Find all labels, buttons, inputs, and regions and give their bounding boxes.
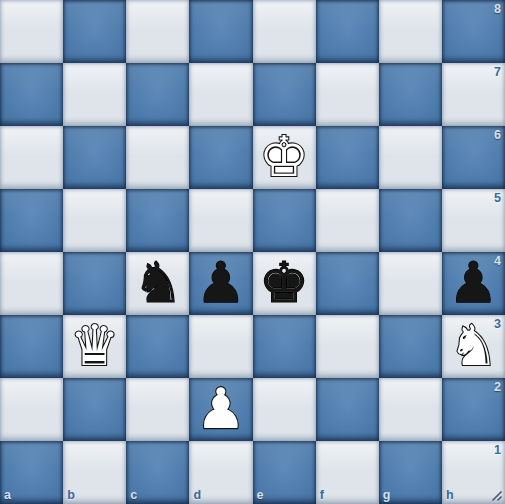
square-e3[interactable] — [253, 315, 316, 378]
square-c4[interactable]: ♞ — [126, 252, 189, 315]
chess-board: 87♚65♞♟♚♟4♛♞3♟2abcdefgh1 — [0, 0, 505, 504]
square-a6[interactable] — [0, 126, 63, 189]
square-b6[interactable] — [63, 126, 126, 189]
square-f1[interactable]: f — [316, 441, 379, 504]
square-f4[interactable] — [316, 252, 379, 315]
file-label-b: b — [67, 489, 75, 502]
square-b7[interactable] — [63, 63, 126, 126]
rank-label-6: 6 — [494, 129, 501, 142]
file-label-d: d — [193, 489, 201, 502]
piece-black-king-e4[interactable]: ♚ — [259, 255, 309, 311]
square-a4[interactable] — [0, 252, 63, 315]
piece-white-queen-b3[interactable]: ♛ — [70, 318, 120, 374]
square-f5[interactable] — [316, 189, 379, 252]
rank-label-8: 8 — [494, 3, 501, 16]
square-e1[interactable]: e — [253, 441, 316, 504]
square-e7[interactable] — [253, 63, 316, 126]
piece-black-pawn-h4[interactable]: ♟ — [448, 255, 498, 311]
square-b8[interactable] — [63, 0, 126, 63]
square-e6[interactable]: ♚ — [253, 126, 316, 189]
square-b4[interactable] — [63, 252, 126, 315]
square-b2[interactable] — [63, 378, 126, 441]
square-g5[interactable] — [379, 189, 442, 252]
square-g2[interactable] — [379, 378, 442, 441]
square-c2[interactable] — [126, 378, 189, 441]
file-label-a: a — [4, 489, 11, 502]
square-h6[interactable]: 6 — [442, 126, 505, 189]
square-c3[interactable] — [126, 315, 189, 378]
rank-label-2: 2 — [494, 381, 501, 394]
square-a8[interactable] — [0, 0, 63, 63]
square-e4[interactable]: ♚ — [253, 252, 316, 315]
square-h3[interactable]: ♞3 — [442, 315, 505, 378]
rank-label-4: 4 — [494, 255, 501, 268]
square-h8[interactable]: 8 — [442, 0, 505, 63]
square-d8[interactable] — [189, 0, 252, 63]
square-d1[interactable]: d — [189, 441, 252, 504]
square-d6[interactable] — [189, 126, 252, 189]
square-f2[interactable] — [316, 378, 379, 441]
square-c7[interactable] — [126, 63, 189, 126]
square-h4[interactable]: ♟4 — [442, 252, 505, 315]
file-label-g: g — [383, 489, 391, 502]
square-f3[interactable] — [316, 315, 379, 378]
square-g4[interactable] — [379, 252, 442, 315]
piece-white-knight-h3[interactable]: ♞ — [448, 318, 498, 374]
square-f6[interactable] — [316, 126, 379, 189]
file-label-h: h — [446, 489, 454, 502]
rank-label-7: 7 — [494, 66, 501, 79]
square-a5[interactable] — [0, 189, 63, 252]
piece-black-pawn-d4[interactable]: ♟ — [196, 255, 246, 311]
square-a7[interactable] — [0, 63, 63, 126]
file-label-f: f — [320, 489, 324, 502]
square-d5[interactable] — [189, 189, 252, 252]
square-c5[interactable] — [126, 189, 189, 252]
rank-label-3: 3 — [494, 318, 501, 331]
square-g1[interactable]: g — [379, 441, 442, 504]
square-a3[interactable] — [0, 315, 63, 378]
file-label-c: c — [130, 489, 137, 502]
square-b1[interactable]: b — [63, 441, 126, 504]
square-c6[interactable] — [126, 126, 189, 189]
square-c8[interactable] — [126, 0, 189, 63]
square-h5[interactable]: 5 — [442, 189, 505, 252]
file-label-e: e — [257, 489, 264, 502]
rank-label-1: 1 — [494, 444, 501, 457]
square-d2[interactable]: ♟ — [189, 378, 252, 441]
square-e2[interactable] — [253, 378, 316, 441]
piece-white-pawn-d2[interactable]: ♟ — [196, 381, 246, 437]
square-c1[interactable]: c — [126, 441, 189, 504]
square-e8[interactable] — [253, 0, 316, 63]
square-g7[interactable] — [379, 63, 442, 126]
square-d3[interactable] — [189, 315, 252, 378]
square-d4[interactable]: ♟ — [189, 252, 252, 315]
square-g8[interactable] — [379, 0, 442, 63]
square-a1[interactable]: a — [0, 441, 63, 504]
square-f7[interactable] — [316, 63, 379, 126]
square-g3[interactable] — [379, 315, 442, 378]
piece-white-king-e6[interactable]: ♚ — [259, 129, 309, 185]
square-g6[interactable] — [379, 126, 442, 189]
square-h7[interactable]: 7 — [442, 63, 505, 126]
square-h2[interactable]: 2 — [442, 378, 505, 441]
square-b3[interactable]: ♛ — [63, 315, 126, 378]
square-d7[interactable] — [189, 63, 252, 126]
square-a2[interactable] — [0, 378, 63, 441]
square-e5[interactable] — [253, 189, 316, 252]
square-f8[interactable] — [316, 0, 379, 63]
board-resize-handle-icon[interactable] — [491, 490, 503, 502]
square-b5[interactable] — [63, 189, 126, 252]
rank-label-5: 5 — [494, 192, 501, 205]
piece-black-knight-c4[interactable]: ♞ — [133, 255, 183, 311]
